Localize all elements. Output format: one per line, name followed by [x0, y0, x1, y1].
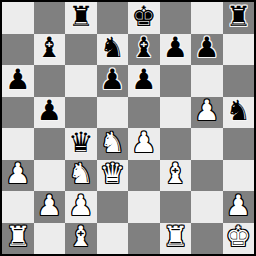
- square-d8[interactable]: [97, 2, 129, 34]
- white-pawn-c2[interactable]: ♟: [68, 192, 93, 220]
- square-b3[interactable]: [34, 160, 66, 192]
- square-f1[interactable]: ♜: [160, 223, 192, 255]
- square-d1[interactable]: [97, 223, 129, 255]
- square-d5[interactable]: [97, 97, 129, 129]
- square-a8[interactable]: [2, 2, 34, 34]
- square-h5[interactable]: ♞: [223, 97, 255, 129]
- white-rook-a1[interactable]: ♜: [5, 223, 30, 251]
- square-b4[interactable]: [34, 128, 66, 160]
- black-knight-d7[interactable]: ♞: [100, 34, 125, 62]
- square-g3[interactable]: [191, 160, 223, 192]
- square-h2[interactable]: ♟: [223, 191, 255, 223]
- white-rook-f1[interactable]: ♜: [163, 223, 188, 251]
- square-h1[interactable]: ♚: [223, 223, 255, 255]
- square-a7[interactable]: [2, 34, 34, 66]
- square-f2[interactable]: [160, 191, 192, 223]
- square-g1[interactable]: [191, 223, 223, 255]
- square-e5[interactable]: [128, 97, 160, 129]
- square-f3[interactable]: ♝: [160, 160, 192, 192]
- black-pawn-d6[interactable]: ♟: [100, 66, 125, 94]
- square-c1[interactable]: ♝: [65, 223, 97, 255]
- white-king-h1[interactable]: ♚: [226, 223, 251, 251]
- square-e7[interactable]: ♝: [128, 34, 160, 66]
- square-a6[interactable]: ♟: [2, 65, 34, 97]
- square-h6[interactable]: [223, 65, 255, 97]
- white-pawn-b2[interactable]: ♟: [37, 192, 62, 220]
- chess-board: ♜♚♜♝♞♝♟♟♟♟♟♟♟♞♛♞♟♟♞♛♝♟♟♟♜♝♜♚: [0, 0, 256, 256]
- square-b5[interactable]: ♟: [34, 97, 66, 129]
- square-e4[interactable]: ♟: [128, 128, 160, 160]
- white-bishop-f3[interactable]: ♝: [163, 160, 188, 188]
- square-e3[interactable]: [128, 160, 160, 192]
- black-pawn-b5[interactable]: ♟: [37, 97, 62, 125]
- square-a1[interactable]: ♜: [2, 223, 34, 255]
- square-c6[interactable]: [65, 65, 97, 97]
- square-a4[interactable]: [2, 128, 34, 160]
- white-pawn-g5[interactable]: ♟: [194, 97, 219, 125]
- square-g2[interactable]: [191, 191, 223, 223]
- square-g8[interactable]: [191, 2, 223, 34]
- square-h7[interactable]: [223, 34, 255, 66]
- square-b6[interactable]: [34, 65, 66, 97]
- square-c2[interactable]: ♟: [65, 191, 97, 223]
- square-b1[interactable]: [34, 223, 66, 255]
- black-rook-h8[interactable]: ♜: [226, 3, 251, 31]
- square-f4[interactable]: [160, 128, 192, 160]
- square-h3[interactable]: [223, 160, 255, 192]
- square-g6[interactable]: [191, 65, 223, 97]
- square-a2[interactable]: [2, 191, 34, 223]
- black-pawn-a6[interactable]: ♟: [5, 66, 30, 94]
- square-c4[interactable]: ♛: [65, 128, 97, 160]
- white-queen-d3[interactable]: ♛: [100, 160, 125, 188]
- square-f6[interactable]: [160, 65, 192, 97]
- square-b2[interactable]: ♟: [34, 191, 66, 223]
- square-d3[interactable]: ♛: [97, 160, 129, 192]
- square-e6[interactable]: ♟: [128, 65, 160, 97]
- square-d7[interactable]: ♞: [97, 34, 129, 66]
- square-g5[interactable]: ♟: [191, 97, 223, 129]
- white-pawn-a3[interactable]: ♟: [5, 160, 30, 188]
- white-bishop-c1[interactable]: ♝: [68, 223, 93, 251]
- square-d2[interactable]: [97, 191, 129, 223]
- square-a5[interactable]: [2, 97, 34, 129]
- black-knight-h5[interactable]: ♞: [226, 97, 251, 125]
- square-g7[interactable]: ♟: [191, 34, 223, 66]
- square-f5[interactable]: [160, 97, 192, 129]
- square-d6[interactable]: ♟: [97, 65, 129, 97]
- square-h8[interactable]: ♜: [223, 2, 255, 34]
- square-e2[interactable]: [128, 191, 160, 223]
- square-g4[interactable]: [191, 128, 223, 160]
- black-pawn-e6[interactable]: ♟: [131, 66, 156, 94]
- white-pawn-e4[interactable]: ♟: [131, 129, 156, 157]
- black-rook-c8[interactable]: ♜: [68, 3, 93, 31]
- square-h4[interactable]: [223, 128, 255, 160]
- square-c5[interactable]: [65, 97, 97, 129]
- black-queen-c4[interactable]: ♛: [68, 129, 93, 157]
- white-knight-c3[interactable]: ♞: [68, 160, 93, 188]
- black-bishop-b7[interactable]: ♝: [37, 34, 62, 62]
- square-f7[interactable]: ♟: [160, 34, 192, 66]
- black-king-e8[interactable]: ♚: [131, 3, 156, 31]
- square-c7[interactable]: [65, 34, 97, 66]
- white-pawn-h2[interactable]: ♟: [226, 192, 251, 220]
- square-c8[interactable]: ♜: [65, 2, 97, 34]
- square-a3[interactable]: ♟: [2, 160, 34, 192]
- black-pawn-f7[interactable]: ♟: [163, 34, 188, 62]
- square-e8[interactable]: ♚: [128, 2, 160, 34]
- square-f8[interactable]: [160, 2, 192, 34]
- square-b7[interactable]: ♝: [34, 34, 66, 66]
- square-d4[interactable]: ♞: [97, 128, 129, 160]
- square-c3[interactable]: ♞: [65, 160, 97, 192]
- white-knight-d4[interactable]: ♞: [100, 129, 125, 157]
- black-pawn-g7[interactable]: ♟: [194, 34, 219, 62]
- square-b8[interactable]: [34, 2, 66, 34]
- black-bishop-e7[interactable]: ♝: [131, 34, 156, 62]
- square-e1[interactable]: [128, 223, 160, 255]
